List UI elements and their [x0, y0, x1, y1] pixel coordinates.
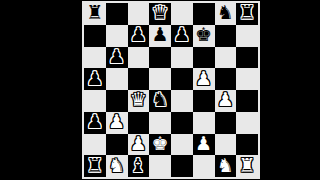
square-h2[interactable] [236, 134, 258, 156]
white-knight: ♞ [108, 156, 125, 175]
square-f1[interactable] [193, 155, 215, 177]
black-pawn: ♟ [173, 25, 190, 44]
square-g1[interactable]: ♞ [215, 155, 237, 177]
square-b5[interactable] [106, 68, 128, 90]
square-g7[interactable] [215, 25, 237, 47]
square-a5[interactable]: ♟ [84, 68, 106, 90]
white-queen: ♛ [130, 90, 147, 109]
square-e7[interactable]: ♟ [171, 25, 193, 47]
square-b2[interactable] [106, 134, 128, 156]
square-f2[interactable]: ♟ [193, 134, 215, 156]
square-f3[interactable] [193, 112, 215, 134]
square-b4[interactable] [106, 90, 128, 112]
square-h1[interactable]: ♜ [236, 155, 258, 177]
black-queen: ♛ [152, 3, 169, 22]
square-a7[interactable] [84, 25, 106, 47]
square-f8[interactable] [193, 3, 215, 25]
square-f7[interactable]: ♚ [193, 25, 215, 47]
white-pawn: ♟ [195, 69, 212, 88]
white-knight: ♞ [217, 156, 234, 175]
square-c8[interactable] [128, 3, 150, 25]
square-d7[interactable]: ♟ [149, 25, 171, 47]
square-d8[interactable]: ♛ [149, 3, 171, 25]
square-c6[interactable] [128, 47, 150, 69]
square-e6[interactable] [171, 47, 193, 69]
square-e1[interactable] [171, 155, 193, 177]
square-h5[interactable] [236, 68, 258, 90]
black-king: ♚ [195, 25, 212, 44]
black-pawn: ♟ [108, 47, 125, 66]
white-pawn: ♟ [130, 134, 147, 153]
square-e2[interactable] [171, 134, 193, 156]
black-pawn: ♟ [86, 69, 103, 88]
square-h6[interactable] [236, 47, 258, 69]
square-h3[interactable] [236, 112, 258, 134]
square-c1[interactable]: ♝ [128, 155, 150, 177]
square-c7[interactable]: ♟ [128, 25, 150, 47]
square-f4[interactable] [193, 90, 215, 112]
square-b6[interactable]: ♟ [106, 47, 128, 69]
square-f5[interactable]: ♟ [193, 68, 215, 90]
white-king: ♚ [152, 134, 169, 153]
black-rook: ♜ [86, 156, 103, 175]
white-pawn: ♟ [108, 112, 125, 131]
white-rook: ♜ [239, 156, 256, 175]
black-rook: ♜ [239, 3, 256, 22]
square-d2[interactable]: ♚ [149, 134, 171, 156]
square-b1[interactable]: ♞ [106, 155, 128, 177]
black-pawn: ♟ [130, 25, 147, 44]
black-pawn: ♟ [86, 112, 103, 131]
square-a2[interactable] [84, 134, 106, 156]
white-pawn: ♟ [195, 134, 212, 153]
black-bishop: ♝ [130, 156, 147, 175]
square-e4[interactable] [171, 90, 193, 112]
square-d6[interactable] [149, 47, 171, 69]
square-d4[interactable]: ♞ [149, 90, 171, 112]
white-pawn: ♟ [217, 90, 234, 109]
square-h7[interactable] [236, 25, 258, 47]
square-d3[interactable] [149, 112, 171, 134]
square-b3[interactable]: ♟ [106, 112, 128, 134]
square-e8[interactable] [171, 3, 193, 25]
square-g2[interactable] [215, 134, 237, 156]
square-g5[interactable] [215, 68, 237, 90]
square-g3[interactable] [215, 112, 237, 134]
square-f6[interactable] [193, 47, 215, 69]
square-c2[interactable]: ♟ [128, 134, 150, 156]
square-a6[interactable] [84, 47, 106, 69]
square-e3[interactable] [171, 112, 193, 134]
black-rook: ♜ [86, 3, 103, 22]
square-g8[interactable]: ♞ [215, 3, 237, 25]
square-h4[interactable] [236, 90, 258, 112]
square-c5[interactable] [128, 68, 150, 90]
square-c4[interactable]: ♛ [128, 90, 150, 112]
square-b8[interactable] [106, 3, 128, 25]
square-a3[interactable]: ♟ [84, 112, 106, 134]
black-pawn: ♟ [152, 25, 169, 44]
square-b7[interactable] [106, 25, 128, 47]
square-a4[interactable] [84, 90, 106, 112]
square-d1[interactable] [149, 155, 171, 177]
square-d5[interactable] [149, 68, 171, 90]
square-a1[interactable]: ♜ [84, 155, 106, 177]
square-g4[interactable]: ♟ [215, 90, 237, 112]
black-knight: ♞ [152, 90, 169, 109]
square-g6[interactable] [215, 47, 237, 69]
square-h8[interactable]: ♜ [236, 3, 258, 25]
square-a8[interactable]: ♜ [84, 3, 106, 25]
square-c3[interactable] [128, 112, 150, 134]
chess-board: ♜♛♞♜♟♟♟♚♟♟♟♛♞♟♟♟♟♚♟♜♞♝♞♜ [82, 1, 260, 179]
black-knight: ♞ [217, 3, 234, 22]
square-e5[interactable] [171, 68, 193, 90]
